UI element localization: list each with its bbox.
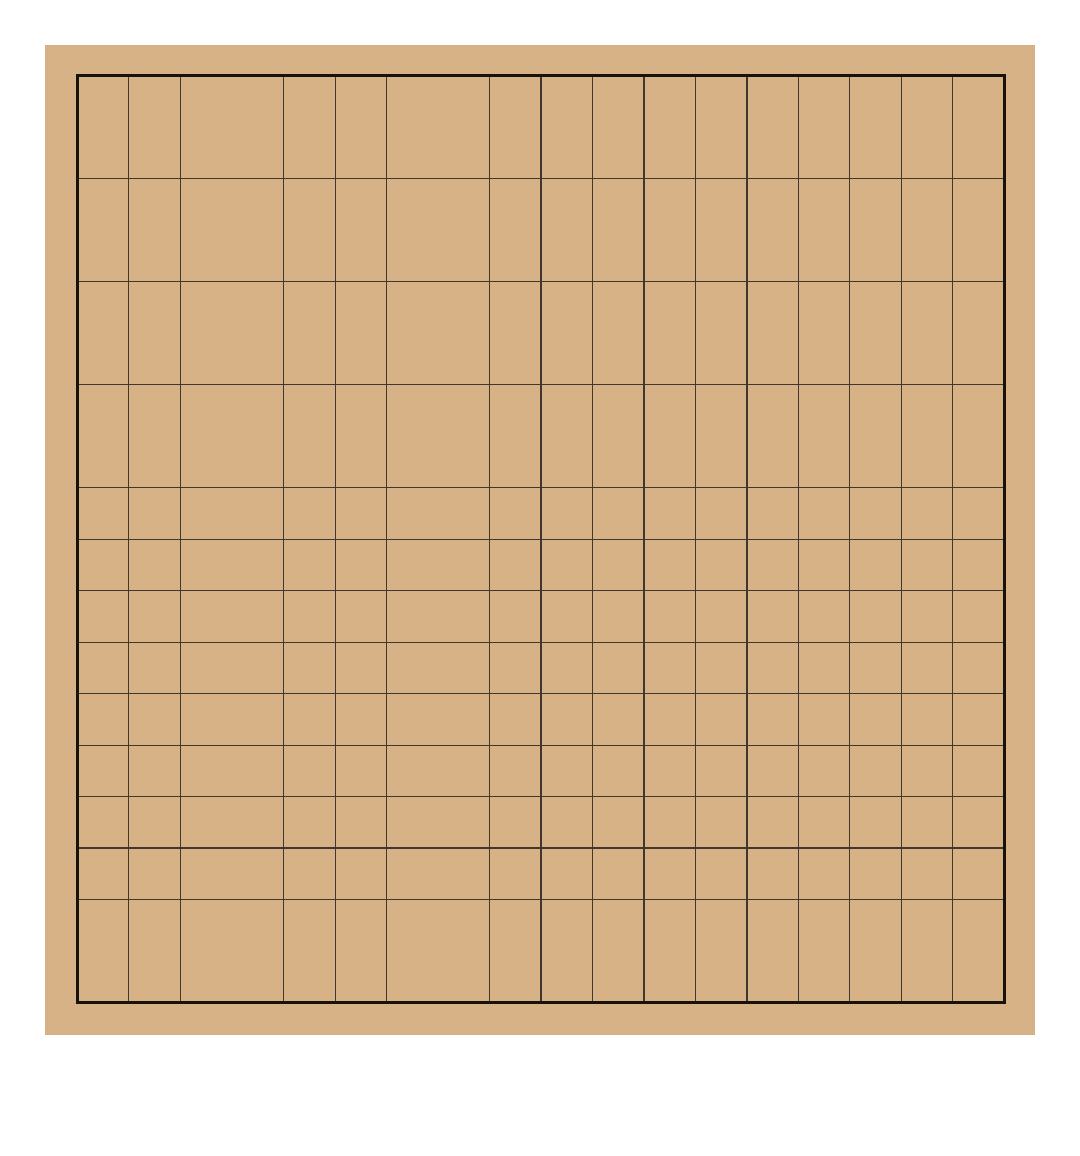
watermark [846,1078,1080,1150]
board-grid [51,49,1030,1028]
go-board [45,45,1035,1035]
go-diagram-page [0,0,1080,1156]
